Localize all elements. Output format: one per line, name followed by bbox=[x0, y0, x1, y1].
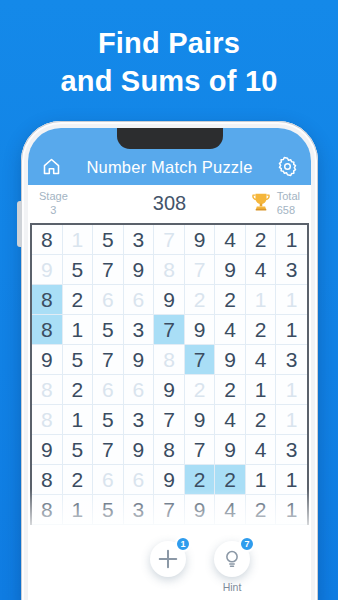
grid-cell-r10c7[interactable]: 4 bbox=[215, 495, 246, 525]
home-icon[interactable] bbox=[41, 156, 62, 177]
grid-cell-r1c9[interactable]: 1 bbox=[276, 225, 307, 255]
total-value: 658 bbox=[277, 204, 300, 217]
grid-cell-r4c7[interactable]: 4 bbox=[215, 315, 246, 345]
grid-cell-r2c6: 7 bbox=[185, 255, 216, 285]
add-count-badge: 1 bbox=[175, 536, 191, 552]
add-numbers-button[interactable]: 1 bbox=[150, 541, 186, 577]
grid-cell-r3c7[interactable]: 2 bbox=[215, 285, 246, 315]
phone-mockup: Number Match Puzzle Stage 3 308 bbox=[21, 121, 318, 600]
grid-cell-r1c5: 7 bbox=[154, 225, 185, 255]
grid-cell-r7c9: 1 bbox=[276, 405, 307, 435]
grid-cell-r10c9[interactable]: 1 bbox=[276, 495, 307, 525]
grid-cell-r10c4[interactable]: 3 bbox=[124, 495, 155, 525]
grid-cell-r3c2[interactable]: 2 bbox=[63, 285, 94, 315]
grid-cell-r5c8[interactable]: 4 bbox=[246, 345, 277, 375]
grid-cell-r5c9[interactable]: 3 bbox=[276, 345, 307, 375]
grid-cell-r1c2: 1 bbox=[63, 225, 94, 255]
grid-cell-r2c5: 8 bbox=[154, 255, 185, 285]
grid-cell-r5c1[interactable]: 9 bbox=[32, 345, 63, 375]
grid-cell-r4c5[interactable]: 7 bbox=[154, 315, 185, 345]
grid-cell-r9c3: 6 bbox=[93, 465, 124, 495]
grid-cell-r7c7[interactable]: 4 bbox=[215, 405, 246, 435]
grid-cell-r3c3: 6 bbox=[93, 285, 124, 315]
stats-bar: Stage 3 308 Total 658 bbox=[28, 185, 311, 222]
grid-cell-r9c2[interactable]: 2 bbox=[63, 465, 94, 495]
lightbulb-icon bbox=[221, 548, 243, 570]
grid-cell-r9c4: 6 bbox=[124, 465, 155, 495]
grid-cell-r6c7[interactable]: 2 bbox=[215, 375, 246, 405]
grid-cell-r10c8[interactable]: 2 bbox=[246, 495, 277, 525]
grid-cell-r4c9[interactable]: 1 bbox=[276, 315, 307, 345]
grid-cell-r5c5: 8 bbox=[154, 345, 185, 375]
grid-cell-r7c3[interactable]: 5 bbox=[93, 405, 124, 435]
trophy-icon bbox=[250, 191, 272, 217]
grid-cell-r7c1: 8 bbox=[32, 405, 63, 435]
grid-cell-r7c2[interactable]: 1 bbox=[63, 405, 94, 435]
grid-cell-r4c2[interactable]: 1 bbox=[63, 315, 94, 345]
grid-cell-r9c7[interactable]: 2 bbox=[215, 465, 246, 495]
hint-count-badge: 7 bbox=[239, 536, 255, 552]
grid-cell-r8c1[interactable]: 9 bbox=[32, 435, 63, 465]
hint-button-label: Hint bbox=[200, 581, 264, 593]
settings-gear-icon[interactable] bbox=[277, 156, 298, 177]
grid-cell-r9c5[interactable]: 9 bbox=[154, 465, 185, 495]
grid-cell-r6c8[interactable]: 1 bbox=[246, 375, 277, 405]
grid-cell-r3c9: 1 bbox=[276, 285, 307, 315]
grid-cell-r10c5[interactable]: 7 bbox=[154, 495, 185, 525]
grid-cell-r10c3[interactable]: 5 bbox=[93, 495, 124, 525]
grid-cell-r9c9[interactable]: 1 bbox=[276, 465, 307, 495]
total-score-block: Total 658 bbox=[250, 190, 300, 216]
grid-cell-r3c6: 2 bbox=[185, 285, 216, 315]
grid-cell-r6c4: 6 bbox=[124, 375, 155, 405]
grid-cell-r1c7[interactable]: 4 bbox=[215, 225, 246, 255]
grid-cell-r5c2[interactable]: 5 bbox=[63, 345, 94, 375]
grid-cell-r4c4[interactable]: 3 bbox=[124, 315, 155, 345]
grid-cell-r6c5[interactable]: 9 bbox=[154, 375, 185, 405]
grid-cell-r1c3[interactable]: 5 bbox=[93, 225, 124, 255]
grid-cell-r8c2[interactable]: 5 bbox=[63, 435, 94, 465]
grid-cell-r9c6[interactable]: 2 bbox=[185, 465, 216, 495]
grid-cell-r8c8[interactable]: 4 bbox=[246, 435, 277, 465]
grid-cell-r8c9[interactable]: 3 bbox=[276, 435, 307, 465]
phone-screen: Number Match Puzzle Stage 3 308 bbox=[28, 128, 311, 600]
board-area: 8153794219579879438266922118153794219579… bbox=[30, 223, 309, 525]
plus-icon bbox=[157, 548, 179, 570]
grid-cell-r2c2[interactable]: 5 bbox=[63, 255, 94, 285]
grid-cell-r9c1[interactable]: 8 bbox=[32, 465, 63, 495]
grid-cell-r2c9[interactable]: 3 bbox=[276, 255, 307, 285]
grid-cell-r1c1[interactable]: 8 bbox=[32, 225, 63, 255]
grid-cell-r3c8: 1 bbox=[246, 285, 277, 315]
page-title: Find Pairs and Sums of 10 bbox=[0, 24, 338, 100]
grid-cell-r6c1: 8 bbox=[32, 375, 63, 405]
phone-notch bbox=[117, 128, 223, 149]
total-label: Total bbox=[277, 190, 300, 203]
grid-cell-r5c7[interactable]: 9 bbox=[215, 345, 246, 375]
grid-cell-r1c6[interactable]: 9 bbox=[185, 225, 216, 255]
grid-cell-r4c8[interactable]: 2 bbox=[246, 315, 277, 345]
grid-cell-r5c6[interactable]: 7 bbox=[185, 345, 216, 375]
grid-cell-r6c2[interactable]: 2 bbox=[63, 375, 94, 405]
app-background: { "game": "number-match", "headline": { … bbox=[0, 0, 338, 600]
grid-cell-r8c5[interactable]: 8 bbox=[154, 435, 185, 465]
grid-cell-r7c4[interactable]: 3 bbox=[124, 405, 155, 435]
page-title-line2: and Sums of 10 bbox=[0, 62, 338, 100]
grid-cell-r1c4[interactable]: 3 bbox=[124, 225, 155, 255]
grid-cell-r2c8[interactable]: 4 bbox=[246, 255, 277, 285]
grid-cell-r4c1[interactable]: 8 bbox=[32, 315, 63, 345]
grid-cell-r3c4: 6 bbox=[124, 285, 155, 315]
grid-cell-r8c4[interactable]: 9 bbox=[124, 435, 155, 465]
grid-cell-r7c8[interactable]: 2 bbox=[246, 405, 277, 435]
grid-cell-r8c6[interactable]: 7 bbox=[185, 435, 216, 465]
grid-cell-r10c6[interactable]: 9 bbox=[185, 495, 216, 525]
grid-cell-r10c2[interactable]: 1 bbox=[63, 495, 94, 525]
grid-cell-r2c3[interactable]: 7 bbox=[93, 255, 124, 285]
phone-side-button bbox=[17, 201, 22, 247]
page-title-line1: Find Pairs bbox=[0, 24, 338, 62]
total-score: Total 658 bbox=[277, 190, 300, 216]
grid-cell-r2c7[interactable]: 9 bbox=[215, 255, 246, 285]
grid-cell-r4c3[interactable]: 5 bbox=[93, 315, 124, 345]
grid-cell-r6c9: 1 bbox=[276, 375, 307, 405]
grid-cell-r4c6[interactable]: 9 bbox=[185, 315, 216, 345]
grid-cell-r6c6: 2 bbox=[185, 375, 216, 405]
grid-cell-r9c8[interactable]: 1 bbox=[246, 465, 277, 495]
grid-cell-r2c4[interactable]: 9 bbox=[124, 255, 155, 285]
grid-cell-r8c7[interactable]: 9 bbox=[215, 435, 246, 465]
number-grid: 8153794219579879438266922118153794219579… bbox=[30, 223, 309, 525]
grid-cell-r6c3: 6 bbox=[93, 375, 124, 405]
grid-cell-r3c5[interactable]: 9 bbox=[154, 285, 185, 315]
grid-cell-r1c8[interactable]: 2 bbox=[246, 225, 277, 255]
hint-button[interactable]: 7 bbox=[214, 541, 250, 577]
grid-cell-r7c6[interactable]: 9 bbox=[185, 405, 216, 435]
grid-cell-r3c1[interactable]: 8 bbox=[32, 285, 63, 315]
grid-cell-r2c1: 9 bbox=[32, 255, 63, 285]
grid-cell-r5c4[interactable]: 9 bbox=[124, 345, 155, 375]
grid-cell-r10c1[interactable]: 8 bbox=[32, 495, 63, 525]
grid-cell-r7c5[interactable]: 7 bbox=[154, 405, 185, 435]
grid-cell-r5c3[interactable]: 7 bbox=[93, 345, 124, 375]
grid-cell-r8c3[interactable]: 7 bbox=[93, 435, 124, 465]
app-title: Number Match Puzzle bbox=[86, 158, 252, 177]
